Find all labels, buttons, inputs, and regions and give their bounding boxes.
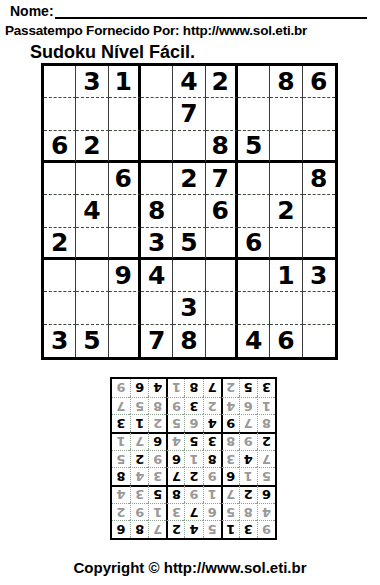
sudoku-cell-empty[interactable] [141, 131, 173, 163]
solution-cell-solved: 8 [257, 414, 275, 432]
solution-cell-solved: 9 [239, 432, 257, 450]
solution-cell-solved: 1 [112, 432, 130, 450]
sudoku-cell-given: 8 [173, 325, 205, 357]
solution-cell-solved: 6 [239, 397, 257, 415]
solution-cell-solved: 4 [130, 467, 148, 485]
sudoku-cell-empty[interactable] [238, 195, 270, 227]
sudoku-cell-given: 5 [173, 228, 205, 260]
sudoku-cell-empty[interactable] [173, 131, 205, 163]
sudoku-cell-empty[interactable] [303, 98, 335, 130]
sudoku-cell-given: 9 [109, 260, 141, 292]
solution-cell-given: 6 [112, 520, 130, 538]
solution-cell-solved: 9 [184, 485, 202, 503]
solution-cell-solved: 3 [130, 485, 148, 503]
sudoku-cell-given: 8 [270, 66, 302, 98]
solution-cell-given: 7 [166, 467, 184, 485]
solution-cell-solved: 9 [130, 503, 148, 521]
name-row: Nome: [10, 3, 367, 19]
sudoku-cell-given: 4 [141, 260, 173, 292]
sudoku-cell-empty[interactable] [141, 292, 173, 324]
sudoku-cell-empty[interactable] [270, 292, 302, 324]
sudoku-cell-empty[interactable] [44, 292, 76, 324]
sudoku-cell-empty[interactable] [238, 66, 270, 98]
sudoku-cell-given: 2 [44, 228, 76, 260]
sudoku-cell-empty[interactable] [141, 98, 173, 130]
sudoku-cell-empty[interactable] [206, 292, 238, 324]
sudoku-cell-given: 3 [141, 228, 173, 260]
sudoku-cell-empty[interactable] [173, 195, 205, 227]
sudoku-cell-given: 6 [206, 195, 238, 227]
sudoku-cell-empty[interactable] [76, 163, 108, 195]
sudoku-cell-empty[interactable] [173, 260, 205, 292]
sudoku-cell-empty[interactable] [109, 325, 141, 357]
solution-cell-solved: 7 [130, 432, 148, 450]
solution-cell-given: 8 [130, 520, 148, 538]
sudoku-cell-given: 2 [270, 195, 302, 227]
sudoku-cell-given: 6 [303, 66, 335, 98]
solution-cell-solved: 7 [239, 414, 257, 432]
sudoku-cell-empty[interactable] [303, 131, 335, 163]
sudoku-cell-empty[interactable] [206, 98, 238, 130]
sudoku-cell-given: 6 [44, 131, 76, 163]
solution-cell-given: 3 [203, 432, 221, 450]
sudoku-cell-given: 3 [44, 325, 76, 357]
solution-cell-given: 4 [203, 414, 221, 432]
solution-cell-given: 7 [184, 503, 202, 521]
sudoku-cell-empty[interactable] [44, 66, 76, 98]
sudoku-cell-given: 1 [270, 260, 302, 292]
solution-cell-given: 4 [148, 379, 166, 397]
sudoku-cell-empty[interactable] [238, 292, 270, 324]
solution-cell-solved: 5 [166, 414, 184, 432]
solution-cell-solved: 6 [184, 414, 202, 432]
sudoku-cell-empty[interactable] [109, 292, 141, 324]
solution-cell-given: 4 [239, 450, 257, 468]
sudoku-cell-empty[interactable] [141, 66, 173, 98]
sudoku-cell-given: 6 [238, 228, 270, 260]
solution-cell-given: 5 [239, 379, 257, 397]
solution-cell-solved: 8 [221, 432, 239, 450]
sudoku-cell-given: 3 [76, 66, 108, 98]
sudoku-cell-empty[interactable] [303, 325, 335, 357]
solution-cell-solved: 1 [184, 450, 202, 468]
sudoku-solution-grid-rotated: 9315427864856731926271985345169273487438… [110, 377, 277, 540]
solution-cell-solved: 5 [130, 397, 148, 415]
sudoku-cell-given: 8 [303, 163, 335, 195]
sudoku-cell-given: 3 [303, 260, 335, 292]
sudoku-cell-empty[interactable] [76, 228, 108, 260]
solution-cell-given: 2 [184, 467, 202, 485]
solution-cell-solved: 7 [148, 520, 166, 538]
sudoku-cell-empty[interactable] [109, 195, 141, 227]
solution-cell-given: 6 [130, 379, 148, 397]
solution-cell-given: 3 [184, 397, 202, 415]
sudoku-cell-given: 7 [206, 163, 238, 195]
sudoku-cell-empty[interactable] [44, 98, 76, 130]
solution-cell-given: 2 [166, 520, 184, 538]
solution-cell-solved: 7 [257, 450, 275, 468]
solution-cell-given: 2 [257, 432, 275, 450]
solution-cell-given: 3 [112, 414, 130, 432]
solution-cell-given: 6 [257, 485, 275, 503]
sudoku-cell-given: 6 [270, 325, 302, 357]
name-label: Nome: [10, 3, 54, 19]
solution-cell-solved: 9 [166, 397, 184, 415]
solution-cell-solved: 9 [112, 379, 130, 397]
sudoku-cell-empty[interactable] [206, 325, 238, 357]
solution-cell-solved: 3 [166, 503, 184, 521]
sudoku-cell-empty[interactable] [76, 260, 108, 292]
solution-cell-solved: 2 [112, 503, 130, 521]
solution-cell-given: 2 [239, 485, 257, 503]
solution-cell-given: 6 [148, 432, 166, 450]
sudoku-cell-given: 2 [206, 66, 238, 98]
sudoku-cell-given: 4 [173, 66, 205, 98]
solution-cell-solved: 1 [166, 379, 184, 397]
solution-cell-solved: 4 [166, 432, 184, 450]
sudoku-cell-given: 4 [76, 195, 108, 227]
sudoku-cell-empty[interactable] [270, 228, 302, 260]
solution-cell-solved: 8 [148, 397, 166, 415]
solution-cell-given: 5 [148, 485, 166, 503]
puzzle-title: Sudoku Nível Fácil. [30, 42, 195, 63]
solution-cell-solved: 2 [221, 379, 239, 397]
solution-cell-solved: 2 [148, 414, 166, 432]
sudoku-puzzle-grid: 3142867628562784862235694133357846 [41, 63, 338, 360]
sudoku-cell-empty[interactable] [141, 163, 173, 195]
sudoku-cell-given: 7 [173, 98, 205, 130]
solution-cell-solved: 9 [257, 520, 275, 538]
provider-line: Passatempo Fornecido Por: http://www.sol… [5, 23, 377, 38]
sudoku-cell-empty[interactable] [109, 228, 141, 260]
sudoku-cell-given: 8 [141, 195, 173, 227]
solution-cell-solved: 5 [257, 467, 275, 485]
solution-cell-solved: 3 [148, 467, 166, 485]
solution-cell-solved: 4 [112, 485, 130, 503]
sudoku-cell-given: 4 [238, 325, 270, 357]
solution-cell-solved: 7 [221, 485, 239, 503]
sudoku-cell-empty[interactable] [270, 98, 302, 130]
solution-cell-given: 3 [257, 379, 275, 397]
solution-cell-solved: 3 [221, 450, 239, 468]
sudoku-cell-empty[interactable] [238, 260, 270, 292]
sudoku-cell-empty[interactable] [238, 163, 270, 195]
solution-cell-given: 1 [130, 414, 148, 432]
sudoku-cell-empty[interactable] [270, 131, 302, 163]
solution-cell-given: 9 [221, 414, 239, 432]
sudoku-cell-empty[interactable] [44, 163, 76, 195]
sudoku-cell-empty[interactable] [303, 195, 335, 227]
solution-cell-solved: 2 [203, 397, 221, 415]
sudoku-cell-empty[interactable] [109, 131, 141, 163]
sudoku-cell-empty[interactable] [303, 228, 335, 260]
sudoku-cell-given: 2 [173, 163, 205, 195]
sudoku-cell-given: 5 [76, 325, 108, 357]
sudoku-cell-empty[interactable] [206, 260, 238, 292]
solution-cell-solved: 8 [239, 503, 257, 521]
sudoku-cell-given: 8 [206, 131, 238, 163]
solution-cell-solved: 9 [148, 450, 166, 468]
solution-cell-solved: 5 [221, 503, 239, 521]
solution-cell-given: 8 [112, 467, 130, 485]
solution-cell-given: 1 [221, 520, 239, 538]
solution-cell-solved: 4 [221, 397, 239, 415]
solution-cell-solved: 9 [203, 467, 221, 485]
sudoku-cell-empty[interactable] [206, 228, 238, 260]
sudoku-cell-empty[interactable] [44, 260, 76, 292]
solution-cell-solved: 1 [239, 467, 257, 485]
sudoku-cell-given: 6 [109, 163, 141, 195]
solution-cell-solved: 1 [148, 503, 166, 521]
solution-cell-solved: 6 [203, 503, 221, 521]
copyright-footer: Copyright © http://www.sol.eti.br [0, 559, 380, 576]
solution-cell-given: 2 [130, 450, 148, 468]
solution-cell-given: 6 [166, 450, 184, 468]
sudoku-cell-empty[interactable] [76, 98, 108, 130]
solution-cell-solved: 7 [112, 397, 130, 415]
solution-cell-solved: 5 [203, 520, 221, 538]
solution-cell-given: 5 [184, 432, 202, 450]
sudoku-cell-empty[interactable] [238, 98, 270, 130]
sudoku-cell-empty[interactable] [270, 163, 302, 195]
solution-cell-given: 8 [166, 485, 184, 503]
sudoku-cell-empty[interactable] [44, 195, 76, 227]
solution-cell-given: 8 [184, 379, 202, 397]
solution-cell-solved: 4 [257, 503, 275, 521]
sudoku-cell-given: 7 [141, 325, 173, 357]
sudoku-cell-empty[interactable] [109, 98, 141, 130]
sudoku-cell-given: 1 [109, 66, 141, 98]
sudoku-cell-given: 3 [173, 292, 205, 324]
sudoku-cell-empty[interactable] [76, 292, 108, 324]
sudoku-cell-given: 5 [238, 131, 270, 163]
solution-cell-given: 8 [203, 450, 221, 468]
name-fill-in-line[interactable] [55, 4, 367, 19]
solution-cell-given: 4 [184, 520, 202, 538]
solution-cell-solved: 5 [112, 450, 130, 468]
solution-cell-given: 3 [239, 520, 257, 538]
solution-cell-given: 6 [221, 467, 239, 485]
sudoku-cell-given: 2 [76, 131, 108, 163]
worksheet-page: Nome: Passatempo Fornecido Por: http://w… [0, 0, 380, 585]
sudoku-cell-empty[interactable] [303, 292, 335, 324]
solution-cell-solved: 1 [203, 485, 221, 503]
solution-cell-solved: 1 [257, 397, 275, 415]
solution-cell-given: 7 [203, 379, 221, 397]
